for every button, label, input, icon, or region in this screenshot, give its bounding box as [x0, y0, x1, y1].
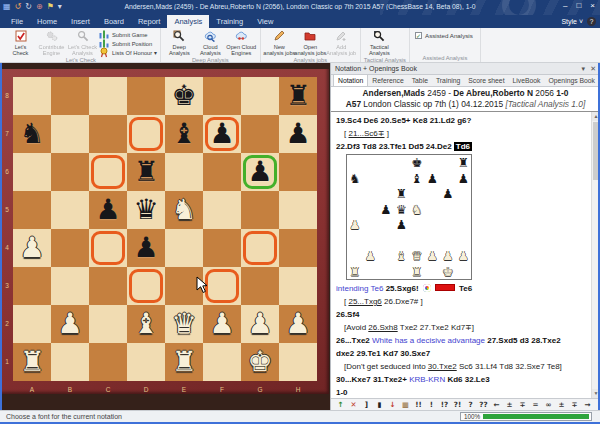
notation-line: dxe2 29.Te1 Kd7 30.Sxe7 [336, 347, 588, 360]
white-bishop-d2: ♝ [127, 305, 165, 343]
diagram-square-h3 [456, 233, 472, 249]
diagram-square-c8 [378, 155, 394, 171]
square-f4[interactable] [203, 229, 241, 267]
file-label-a: A [13, 386, 51, 393]
white-pawn-h2: ♟ [456, 248, 472, 264]
status-bar: Choose a font for the current notation 1… [0, 410, 600, 422]
white-better-icon[interactable]: ± [503, 400, 516, 409]
square-b3[interactable] [51, 267, 89, 305]
square-g1[interactable]: ♚ [241, 343, 279, 381]
diagram-square-d4: ♟ [394, 217, 410, 233]
diagram-square-b5 [363, 202, 379, 218]
white-pawn-b2: ♟ [363, 248, 379, 264]
cloud-engines-button[interactable]: Open CloudEngines [226, 29, 257, 57]
minimize-button[interactable]: – [563, 1, 567, 10]
square-c8[interactable] [89, 77, 127, 115]
notation-line: 26.Sf4 [336, 308, 588, 321]
orange-highlight-g4 [243, 231, 277, 265]
square-a5[interactable] [13, 191, 51, 229]
diagram-square-g2: ♟ [440, 248, 456, 264]
status-text: Choose a font for the current notation [6, 413, 122, 420]
diagram-square-e4 [409, 217, 425, 233]
pencil-add-icon [335, 30, 347, 44]
folder-red-button[interactable]: Openanalysis jobs [295, 29, 326, 57]
ribbon-tab-row: FileHomeInsertBoardReportAnalysisTrainin… [0, 15, 600, 28]
notation-line: 30...Kxe7 31.Txe2+ KRB-KRN Kd6 32.Le3 [336, 373, 588, 386]
notation-line: 26...Txe2 White has a decisive advantage… [336, 334, 588, 347]
ribbon-group-assisted-analysis: ✓Assisted AnalysisAssisted Analysis [410, 28, 481, 62]
square-d3[interactable] [127, 267, 165, 305]
square-d1[interactable] [127, 343, 165, 381]
quick-access-toolbar: ▦ ↺ ↻ ⊕ ⚑ ▾ [3, 1, 62, 13]
dubious-move-icon[interactable]: ?! [451, 400, 464, 409]
square-g5[interactable] [241, 191, 279, 229]
folder-red-icon [304, 30, 316, 44]
square-h7[interactable]: ♟ [279, 115, 317, 153]
cloud-magnifier-button[interactable]: CloudAnalysis [195, 29, 226, 57]
diagram-square-f7: ♟ [425, 171, 441, 187]
mouse-cursor [196, 276, 208, 294]
square-d6[interactable]: ♜ [127, 153, 165, 191]
white-king-g1: ♚ [241, 343, 279, 381]
notation-line: 19.Sc4 De6 20.Se5+ Ke8 21.Ld2 g6? [336, 114, 588, 127]
square-c6[interactable] [89, 153, 127, 191]
diagram-square-c3 [378, 233, 394, 249]
diagram-square-a3 [347, 233, 363, 249]
move-text[interactable]: 25.Sxg6! [386, 284, 421, 293]
move-text[interactable]: 30...Kxe7 31.Txe2+ [336, 375, 409, 384]
equal-icon[interactable]: = [529, 400, 542, 409]
square-b4[interactable] [51, 229, 89, 267]
move-text[interactable]: 26.Sf4 [336, 310, 360, 319]
file-label-c: C [89, 386, 127, 393]
move-text[interactable]: 21...Sc6∓ [348, 129, 384, 138]
black-queen-d5: ♛ [127, 191, 165, 229]
square-a3[interactable] [13, 267, 51, 305]
arrow-left-icon[interactable]: ← [490, 400, 503, 409]
white-queen-e2: ♛ [409, 248, 425, 264]
tab-report[interactable]: Report [131, 15, 168, 28]
diagram-square-b8 [363, 155, 379, 171]
diagram-square-d7 [394, 171, 410, 187]
ribbon-group-label: Assisted Analysis [413, 55, 477, 62]
square-e5[interactable]: ♞ [165, 191, 203, 229]
square-d2[interactable]: ♝ [127, 305, 165, 343]
move-text[interactable]: [Avoid [344, 323, 368, 332]
square-f6[interactable] [203, 153, 241, 191]
black-rook-h8: ♜ [456, 155, 472, 171]
chess-board: ♚♜♞♝♟♟♜♟♟♛♞♟♟♟♝♛♟♟♟♜♜♚ 87654321ABCDEFGH [1, 69, 329, 394]
white-rook-e1: ♜ [409, 264, 425, 280]
square-g2[interactable]: ♟ [241, 305, 279, 343]
file-label-b: B [51, 386, 89, 393]
rank-label-4: 4 [1, 244, 13, 251]
diagram-square-d2: ♝ [394, 248, 410, 264]
bracket-icon[interactable]: ] [360, 400, 373, 409]
close-button[interactable]: × [590, 1, 595, 10]
black-bishop-e7: ♝ [409, 171, 425, 187]
white-pawn-a4: ♟ [347, 217, 363, 233]
move-text[interactable]: Txe2 27.Txe2 Kd7∓] [398, 323, 474, 332]
magnifier-red-icon [77, 30, 89, 44]
diagram-square-e2: ♛ [409, 248, 425, 264]
insert-diagram-icon[interactable]: ▦ [399, 400, 412, 409]
arrow-right-icon[interactable]: → [581, 400, 594, 409]
notation-panel-header[interactable]: Notation + Openings Book ▾ ✕ [331, 63, 600, 75]
undo-icon[interactable]: ↺ [15, 1, 22, 13]
square-a1[interactable]: ♜ [13, 343, 51, 381]
diagram-square-a5 [347, 202, 363, 218]
tab-training[interactable]: Training [209, 15, 250, 28]
cut-variation-icon[interactable]: ✕ [347, 400, 360, 409]
rank-label-7: 7 [1, 130, 13, 137]
notation-tab-table[interactable]: Table [408, 75, 432, 86]
square-b1[interactable] [51, 343, 89, 381]
orange-highlight-d7 [129, 117, 163, 151]
analysis-progress-bar: 100% [460, 412, 592, 421]
notation-line: [Avoid 26.Sxh8 Txe2 27.Txe2 Kd7∓] [336, 321, 588, 334]
rank-label-3: 3 [1, 282, 13, 289]
interesting-move-icon[interactable]: !? [438, 400, 451, 409]
notation-line: intending Te6 25.Sxg6! Te6 [336, 282, 588, 295]
game-header: Andersen,Mads 2459 - De Abreu,Roberto N … [331, 87, 600, 112]
help-icon[interactable]: ? [587, 17, 596, 26]
diagram-square-f3 [425, 233, 441, 249]
move-text[interactable]: dxe2 29.Te1 Kd7 30.Sxe7 [336, 349, 430, 358]
square-d5[interactable]: ♛ [127, 191, 165, 229]
tab-view[interactable]: View [250, 15, 280, 28]
square-b6[interactable] [51, 153, 89, 191]
black-pawn-h7: ♟ [279, 115, 317, 153]
diagram-square-g4 [440, 217, 456, 233]
diagram-square-d1 [394, 264, 410, 280]
black-rook-d6: ♜ [127, 153, 165, 191]
move-text[interactable]: 1-0 [336, 388, 348, 397]
diagram-square-b6 [363, 186, 379, 202]
square-h2[interactable]: ♟ [279, 305, 317, 343]
orange-highlight-c6 [91, 155, 125, 189]
square-f1[interactable] [203, 343, 241, 381]
square-h6[interactable] [279, 153, 317, 191]
notation-line: 22.Df3 Td8 23.Tfe1 Dd5 24.De2 Td6 [336, 140, 588, 153]
square-a6[interactable] [13, 153, 51, 191]
good-move-icon[interactable]: ! [425, 400, 438, 409]
diagram-square-a6 [347, 186, 363, 202]
square-a2[interactable] [13, 305, 51, 343]
black-pawn-f7: ♟ [203, 115, 241, 153]
square-b7[interactable] [51, 115, 89, 153]
ribbon-analysis: Let'sCheckContributeEngineLet's CheckAna… [0, 28, 600, 63]
diagram-square-e1: ♜ [409, 264, 425, 280]
move-text[interactable]: 30.Txe2 [428, 362, 457, 371]
notation-tab-score-sheet[interactable]: Score sheet [464, 75, 508, 86]
diagram-square-g8 [440, 155, 456, 171]
promote-variation-icon[interactable]: ▮ [373, 400, 386, 409]
white-pawn-f2: ♟ [203, 305, 241, 343]
diagram-square-h7: ♟ [456, 171, 472, 187]
white-pawn-a4: ♟ [13, 229, 51, 267]
white-slightly-better-icon[interactable]: ± [555, 400, 568, 409]
unclear-icon[interactable]: ∞ [542, 400, 555, 409]
square-a7[interactable]: ♞ [13, 115, 51, 153]
white-queen-e2: ♛ [165, 305, 203, 343]
file-label-h: H [279, 386, 317, 393]
diagram-square-c2 [378, 248, 394, 264]
gears-icon [46, 30, 58, 44]
diagram-square-e6 [409, 186, 425, 202]
square-e7[interactable]: ♝ [165, 115, 203, 153]
diagram-square-d5: ♛ [394, 202, 410, 218]
style-button[interactable]: Style ˅ [561, 18, 583, 25]
square-c3[interactable] [89, 267, 127, 305]
window-border-left [0, 63, 2, 410]
blunder-icon[interactable]: ?? [477, 400, 490, 409]
demote-variation-icon[interactable]: ↓ [386, 400, 399, 409]
black-pawn-c5: ♟ [378, 202, 394, 218]
diagram-square-a4: ♟ [347, 217, 363, 233]
black-rook-h8: ♜ [279, 77, 317, 115]
move-text[interactable]: White has a decisive advantage [372, 336, 487, 345]
current-move[interactable]: Td6 [454, 142, 472, 151]
square-h5[interactable] [279, 191, 317, 229]
tab-insert[interactable]: Insert [64, 15, 97, 28]
diagram-square-b7 [363, 171, 379, 187]
move-text[interactable]: [Don't get seduced into [344, 362, 428, 371]
notation-tab-openings-book[interactable]: Openings Book [545, 75, 599, 86]
notation-tab-notation[interactable]: Notation [333, 74, 368, 86]
move-text[interactable]: 22.Df3 Td8 23.Tfe1 Dd5 24.De2 [336, 142, 454, 151]
key-icon[interactable]: ⚑ [47, 1, 54, 13]
diagram-square-f1 [425, 264, 441, 280]
black-bishop-e7: ♝ [165, 115, 203, 153]
tactical-magnifier-button[interactable]: TacticalAnalysis [364, 29, 395, 57]
square-f2[interactable]: ♟ [203, 305, 241, 343]
lets-check-icon [15, 30, 27, 44]
black-pawn-c5: ♟ [89, 191, 127, 229]
diagram-square-g7 [440, 171, 456, 187]
square-g4[interactable] [241, 229, 279, 267]
square-f8[interactable] [203, 77, 241, 115]
orange-highlight-d3 [129, 269, 163, 303]
tab-analysis[interactable]: Analysis [167, 15, 209, 28]
cloud-magnifier-icon [204, 30, 216, 44]
notation-tab-bar: NotationReferenceTableTrainingScore shee… [331, 75, 600, 87]
assisted-analysis-checkbox[interactable]: ✓Assisted Analysis [413, 29, 477, 39]
square-b8[interactable] [51, 77, 89, 115]
notation-tab-training[interactable]: Training [432, 75, 464, 86]
square-d8[interactable] [127, 77, 165, 115]
square-f7[interactable]: ♟ [203, 115, 241, 153]
chessbase-logo-watermark [502, 0, 536, 15]
file-label-g: G [241, 386, 279, 393]
lists-of-honour--button[interactable]: Lists Of Honour ▾ [98, 48, 157, 57]
white-rook-a1: ♜ [13, 343, 51, 381]
move-text[interactable]: 26.Sxh8 [368, 323, 397, 332]
move-text[interactable]: KRB-KRN [409, 375, 447, 384]
notation-line: [ 21...Sc6∓ ] [336, 127, 588, 140]
black-slightly-better-icon[interactable]: ∓ [568, 400, 581, 409]
notation-line: [Don't get seduced into 30.Txe2 Sc6 31.L… [336, 360, 588, 373]
diagram-square-g3 [440, 233, 456, 249]
orange-highlight-c4 [91, 231, 125, 265]
diagram-square-h1 [456, 264, 472, 280]
magnifier-red-button: Let's CheckAnalysis [67, 29, 98, 57]
diagram-square-h6 [456, 186, 472, 202]
rank-label-1: 1 [1, 358, 13, 365]
ribbon-group-analysis-jobs: Newanalysis jobsOpenanalysis jobsAddAnal… [261, 28, 361, 62]
white-rook-a1: ♜ [347, 264, 363, 280]
brilliant-move-icon[interactable]: !! [412, 400, 425, 409]
cloud-engines-icon [235, 30, 247, 44]
chevron-down-icon[interactable]: ▾ [582, 65, 586, 73]
window-controls: – □ × [563, 1, 595, 10]
move-text[interactable]: Te6 [457, 284, 472, 293]
white-king-g1: ♚ [440, 264, 456, 280]
diagram-square-a2 [347, 248, 363, 264]
square-d7[interactable] [127, 115, 165, 153]
ribbon-group-let-s-check: Let'sCheckContributeEngineLet's CheckAna… [2, 28, 161, 62]
square-a4[interactable]: ♟ [13, 229, 51, 267]
move-text[interactable]: 26...Txe2 [336, 336, 372, 345]
square-e4[interactable] [165, 229, 203, 267]
tab-file[interactable]: File [4, 15, 30, 28]
tab-board[interactable]: Board [97, 15, 131, 28]
black-better-icon[interactable]: ∓ [516, 400, 529, 409]
move-text[interactable]: Kd6 32.Le3 [447, 375, 489, 384]
pencil-button[interactable]: Newanalysis jobs [264, 29, 295, 57]
black-pawn-d4: ♟ [127, 229, 165, 267]
square-h3[interactable] [279, 267, 317, 305]
progress-label: 100% [461, 411, 483, 422]
diagram-square-b2: ♟ [363, 248, 379, 264]
square-e2[interactable]: ♛ [165, 305, 203, 343]
diagram-square-b3 [363, 233, 379, 249]
square-h8[interactable]: ♜ [279, 77, 317, 115]
black-king-e8: ♚ [165, 77, 203, 115]
diagram-square-h5 [456, 202, 472, 218]
file-label-d: D [127, 386, 165, 393]
diagram-square-d6: ♜ [394, 186, 410, 202]
square-c2[interactable] [89, 305, 127, 343]
target-icon[interactable]: ⊕ [36, 1, 43, 13]
diagram-square-f4 [425, 217, 441, 233]
close-icon[interactable]: ✕ [590, 65, 596, 73]
move-text[interactable]: intending Te6 [336, 284, 386, 293]
white-pawn-g2: ♟ [440, 248, 456, 264]
square-c1[interactable] [89, 343, 127, 381]
diagram-square-a1: ♜ [347, 264, 363, 280]
tactical-magnifier-icon [373, 30, 385, 44]
square-g7[interactable] [241, 115, 279, 153]
tab-home[interactable]: Home [30, 15, 64, 28]
square-g6[interactable]: ♟ [241, 153, 279, 191]
insert-move-icon[interactable]: ↑ [334, 400, 347, 409]
black-pawn-f7: ♟ [425, 171, 441, 187]
pencil-icon [273, 30, 285, 44]
diagram-square-e5: ♞ [409, 202, 425, 218]
diagram-square-f6 [425, 186, 441, 202]
redo-icon[interactable]: ↻ [25, 1, 32, 13]
square-c5[interactable]: ♟ [89, 191, 127, 229]
white-pawn-b2: ♟ [51, 305, 89, 343]
square-a8[interactable] [13, 77, 51, 115]
square-d4[interactable]: ♟ [127, 229, 165, 267]
move-text[interactable]: 25...Txg6 [348, 297, 381, 306]
white-bishop-d2: ♝ [394, 248, 410, 264]
red-eval-bar-icon [435, 284, 455, 291]
square-c4[interactable] [89, 229, 127, 267]
inline-diagram: ♚♜♞♝♟♟♜♟♟♛♞♟♟♟♝♛♟♟♟♜♜♚ [346, 154, 472, 280]
square-b2[interactable]: ♟ [51, 305, 89, 343]
app-icon[interactable]: ▦ [3, 1, 11, 13]
white-rook-e1: ♜ [165, 343, 203, 381]
white-pawn-f2: ♟ [425, 248, 441, 264]
black-pawn-h7: ♟ [456, 171, 472, 187]
notation-tab-livebook[interactable]: LiveBook [509, 75, 545, 86]
black-knight-a7: ♞ [347, 171, 363, 187]
diagram-square-h8: ♜ [456, 155, 472, 171]
diagram-square-b1 [363, 264, 379, 280]
ribbon-group-tactical-analysis: TacticalAnalysisTactical Analysis [361, 28, 410, 62]
diagram-square-d8 [394, 155, 410, 171]
move-text[interactable]: 27.Sxd5 d3 28.Txe2 [487, 336, 560, 345]
mistake-icon[interactable]: ? [464, 400, 477, 409]
diagram-square-d3 [394, 233, 410, 249]
panel-title: Notation + Openings Book [335, 65, 417, 72]
qat-dropdown-icon[interactable]: ▾ [58, 1, 62, 13]
notation-line: 1-0 [336, 386, 588, 398]
black-pawn-d4: ♟ [394, 217, 410, 233]
square-f3[interactable] [203, 267, 241, 305]
square-g8[interactable] [241, 77, 279, 115]
color-wheel-icon [423, 284, 431, 292]
black-rook-d6: ♜ [394, 186, 410, 202]
black-pawn-g6: ♟ [241, 153, 279, 191]
magnifier-board-button[interactable]: DeepAnalysis [164, 29, 195, 57]
move-text[interactable]: 26.Dxe7# ] [382, 297, 423, 306]
notation-tab-reference[interactable]: Reference [368, 75, 407, 86]
checkbox-icon: ✓ [415, 32, 422, 39]
notation-body: 19.Sc4 De6 20.Se5+ Ke8 21.Ld2 g6?[ 21...… [331, 112, 600, 398]
lets-check-button[interactable]: Let'sCheck [5, 29, 36, 57]
square-h1[interactable] [279, 343, 317, 381]
diagram-square-g1: ♚ [440, 264, 456, 280]
diagram-square-c1 [378, 264, 394, 280]
move-text[interactable]: ] [385, 129, 389, 138]
square-b5[interactable] [51, 191, 89, 229]
square-g3[interactable] [241, 267, 279, 305]
file-label-f: F [203, 386, 241, 393]
move-text[interactable]: Sc6 31.Lf4 Td8 32.Sxe7 Te8] [457, 362, 562, 371]
square-h4[interactable] [279, 229, 317, 267]
square-e6[interactable] [165, 153, 203, 191]
square-c7[interactable] [89, 115, 127, 153]
pencil-add-button: AddAnalysis job [326, 29, 357, 57]
diagram-square-f5 [425, 202, 441, 218]
diagram-square-b4 [363, 217, 379, 233]
gears-button: ContributeEngine [36, 29, 67, 57]
notation-panel: Notation + Openings Book ▾ ✕ NotationRef… [330, 63, 600, 410]
diagram-square-c7 [378, 171, 394, 187]
diagram-square-f2: ♟ [425, 248, 441, 264]
black-pawn-g6: ♟ [440, 186, 456, 202]
maximize-button[interactable]: □ [576, 1, 581, 10]
square-e8[interactable]: ♚ [165, 77, 203, 115]
square-f5[interactable] [203, 191, 241, 229]
square-e1[interactable]: ♜ [165, 343, 203, 381]
move-text[interactable]: 19.Sc4 De6 20.Se5+ Ke8 21.Ld2 g6? [336, 116, 471, 125]
chessbase-window: ▦ ↺ ↻ ⊕ ⚑ ▾ Andersen,Mads (2459) - De Ab… [0, 0, 600, 424]
